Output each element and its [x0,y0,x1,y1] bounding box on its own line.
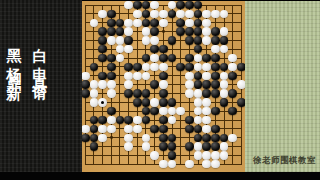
black-stone [107,63,115,71]
white-stone [133,116,141,124]
white-stone [150,54,158,62]
black-stone [90,142,98,150]
black-stone [98,27,106,35]
white-stone [82,125,90,133]
white-stone [107,89,115,97]
black-stone [82,89,90,97]
black-stone [90,116,98,124]
white-stone [142,72,150,80]
black-stone [168,36,176,44]
white-stone [176,107,184,115]
black-stone [211,142,219,150]
white-stone [202,125,210,133]
black-stone [237,63,245,71]
white-stone [159,19,167,27]
white-stone [124,80,132,88]
white-stone [142,134,150,142]
white-stone [220,45,228,53]
black-label: 黑 [6,36,23,45]
white-stone [220,142,228,150]
white-stone [220,10,228,18]
black-stone [168,10,176,18]
white-stone [220,80,228,88]
black-stone [124,36,132,44]
white-stone [220,72,228,80]
white-stone [168,160,176,168]
black-stone [90,134,98,142]
white-stone [220,27,228,35]
white-stone [150,1,158,9]
white-stone [107,116,115,124]
white-stone [185,89,193,97]
black-stone [194,1,202,9]
white-stone [98,125,106,133]
black-stone [98,72,106,80]
classroom-caption: 徐老师围棋教室 [253,155,316,167]
white-stone [98,10,106,18]
go-board[interactable] [82,1,245,172]
white-stone [124,19,132,27]
black-stone [107,54,115,62]
grid-line-vertical [137,5,138,165]
black-stone [107,10,115,18]
black-stone [159,72,167,80]
black-stone [185,36,193,44]
white-stone [133,125,141,133]
black-stone [159,142,167,150]
black-stone [142,19,150,27]
white-stone [194,116,202,124]
black-stone [107,27,115,35]
white-stone [159,10,167,18]
black-stone [220,134,228,142]
black-stone [194,134,202,142]
black-stone [185,63,193,71]
white-stone [142,27,150,35]
white-stone [150,151,158,159]
black-stone [150,107,158,115]
white-stone [228,54,236,62]
white-stone [202,63,210,71]
black-stone [159,98,167,106]
black-stone [176,63,184,71]
black-stone [168,151,176,159]
white-stone [211,160,219,168]
white-stone [150,63,158,71]
white-stone [220,151,228,159]
white-stone [98,134,106,142]
black-stone [133,89,141,97]
white-stone [194,54,202,62]
white-stone [194,63,202,71]
black-stone [159,54,167,62]
black-stone [133,1,141,9]
black-stone [211,63,219,71]
white-stone [194,98,202,106]
black-stone [142,54,150,62]
black-stone [228,89,236,97]
black-stone [90,63,98,71]
broadcast-frame: 黑杨鼎新 白申真谞 徐老师围棋教室 [0,0,320,180]
white-stone [202,72,210,80]
grid-line-horizontal [85,5,242,6]
black-stone [142,107,150,115]
black-stone [185,142,193,150]
black-stone [82,134,90,142]
white-stone [90,80,98,88]
white-player-column: 白申真谞 [33,36,48,82]
white-stone [90,89,98,97]
black-stone [211,27,219,35]
black-stone [185,116,193,124]
black-stone [150,27,158,35]
white-stone [185,80,193,88]
black-stone [220,36,228,44]
white-stone [124,1,132,9]
white-stone [124,134,132,142]
black-stone [98,36,106,44]
white-stone [124,125,132,133]
black-stone [168,54,176,62]
black-stone [176,1,184,9]
white-stone [202,98,210,106]
side-panel: 徐老师围棋教室 [245,1,320,172]
white-stone [124,45,132,53]
white-stone [168,1,176,9]
black-stone [124,63,132,71]
black-stone [159,125,167,133]
black-stone [194,19,202,27]
white-stone [228,134,236,142]
black-stone [194,10,202,18]
black-stone [202,89,210,97]
white-stone [176,10,184,18]
black-stone [159,134,167,142]
white-stone [124,72,132,80]
star-point [110,136,113,139]
letterbox-bar [0,172,320,180]
white-stone [159,80,167,88]
white-player-name: 申真谞 [32,55,49,82]
black-stone [150,19,158,27]
black-stone [194,45,202,53]
white-stone [133,19,141,27]
black-stone [176,27,184,35]
black-stone [211,125,219,133]
black-stone [107,19,115,27]
last-move-marker [101,101,104,104]
black-stone [98,54,106,62]
black-stone [142,89,150,97]
white-stone [90,98,98,106]
white-label: 白 [32,36,49,45]
black-stone [116,27,124,35]
black-stone [194,36,202,44]
white-stone [168,116,176,124]
black-stone [168,134,176,142]
black-stone [194,72,202,80]
white-stone [194,142,202,150]
black-stone [90,125,98,133]
white-stone [185,160,193,168]
white-stone [220,89,228,97]
black-stone [82,80,90,88]
black-stone [211,36,219,44]
white-stone [159,160,167,168]
black-stone [194,80,202,88]
white-stone [98,98,106,106]
black-stone [185,27,193,35]
white-stone [202,10,210,18]
white-stone [228,63,236,71]
black-stone [98,116,106,124]
black-stone [133,98,141,106]
white-stone [202,36,210,44]
black-stone [228,107,236,115]
white-stone [107,125,115,133]
black-stone [142,116,150,124]
white-stone [185,10,193,18]
star-point [162,30,165,33]
black-stone [237,98,245,106]
black-stone [124,89,132,97]
white-stone [116,36,124,44]
black-player-column: 黑杨鼎新 [7,36,22,82]
black-stone [194,125,202,133]
white-stone [150,98,158,106]
black-player-name: 杨鼎新 [6,55,23,82]
white-stone [211,151,219,159]
black-stone [133,63,141,71]
black-stone [185,125,193,133]
black-stone [211,54,219,62]
black-stone [116,19,124,27]
black-stone [150,125,158,133]
white-stone [185,19,193,27]
white-stone [202,151,210,159]
black-stone [116,116,124,124]
white-stone [202,19,210,27]
black-stone [211,80,219,88]
black-stone [220,63,228,71]
white-stone [107,36,115,44]
black-stone [124,116,132,124]
white-stone [142,63,150,71]
white-stone [142,36,150,44]
white-stone [90,19,98,27]
black-stone [159,89,167,97]
black-stone [228,72,236,80]
white-stone [82,72,90,80]
black-stone [150,45,158,53]
white-stone [211,10,219,18]
black-stone [202,80,210,88]
black-stone [211,72,219,80]
black-stone [142,98,150,106]
black-stone [107,107,115,115]
white-stone [107,80,115,88]
white-stone [133,10,141,18]
white-stone [98,80,106,88]
black-stone [202,142,210,150]
white-stone [116,54,124,62]
white-stone [202,160,210,168]
white-stone [133,72,141,80]
black-stone [185,1,193,9]
black-stone [202,134,210,142]
black-stone [150,80,158,88]
white-stone [202,27,210,35]
white-stone [185,72,193,80]
black-stone [211,89,219,97]
players-panel: 黑杨鼎新 白申真谞 [0,0,82,180]
black-stone [211,134,219,142]
black-stone [107,72,115,80]
black-stone [142,10,150,18]
white-stone [116,45,124,53]
white-stone [211,45,219,53]
white-stone [124,27,132,35]
black-stone [202,54,210,62]
black-stone [168,98,176,106]
black-stone [142,1,150,9]
white-stone [237,80,245,88]
black-stone [194,27,202,35]
white-stone [202,107,210,115]
white-stone [159,107,167,115]
white-stone [194,107,202,115]
black-stone [168,142,176,150]
white-stone [124,142,132,150]
black-stone [185,54,193,62]
white-stone [168,107,176,115]
white-stone [159,63,167,71]
black-stone [159,116,167,124]
black-stone [220,98,228,106]
white-stone [150,36,158,44]
black-stone [211,107,219,115]
white-stone [150,10,158,18]
black-stone [98,45,106,53]
white-stone [202,116,210,124]
white-stone [194,151,202,159]
black-stone [159,45,167,53]
black-stone [176,19,184,27]
white-stone [142,142,150,150]
white-stone [194,89,202,97]
